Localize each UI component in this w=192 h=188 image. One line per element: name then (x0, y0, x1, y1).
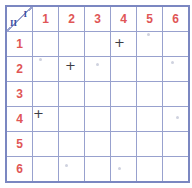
cell-r1-c3[interactable] (85, 32, 110, 56)
cell-r6-c3[interactable] (85, 157, 110, 181)
cell-r2-c6[interactable] (163, 57, 188, 81)
cell-r5-c1[interactable] (33, 132, 58, 156)
cell-r4-c3[interactable] (85, 107, 110, 131)
noise-speck (171, 61, 174, 64)
col-header-2: 2 (59, 7, 84, 31)
plus-mark: + (65, 59, 76, 72)
cell-r6-c5[interactable] (137, 157, 162, 181)
cell-r1-c1[interactable] (33, 32, 58, 56)
cell-r6-c1[interactable] (33, 157, 58, 181)
noise-speck (96, 63, 99, 66)
cell-r3-c1[interactable] (33, 82, 58, 106)
corner-cell: III (7, 7, 32, 31)
noise-speck (147, 33, 150, 36)
col-header-1: 1 (33, 7, 58, 31)
cell-r2-c3[interactable] (85, 57, 110, 81)
cell-r6-c2[interactable] (59, 157, 84, 181)
cell-r6-c6[interactable] (163, 157, 188, 181)
noise-speck (176, 116, 179, 119)
cell-r1-c6[interactable] (163, 32, 188, 56)
cell-r4-c4[interactable] (111, 107, 136, 131)
cell-r1-c4[interactable]: + (111, 32, 136, 56)
row-header-3: 3 (7, 82, 32, 106)
col-header-4: 4 (111, 7, 136, 31)
cell-r2-c4[interactable] (111, 57, 136, 81)
noise-speck (39, 58, 42, 61)
cell-r4-c6[interactable] (163, 107, 188, 131)
cell-r5-c2[interactable] (59, 132, 84, 156)
row-header-1: 1 (7, 32, 32, 56)
cell-r6-c4[interactable] (111, 157, 136, 181)
logic-grid: III1234561+2+34+56 (5, 5, 190, 183)
noise-speck (65, 164, 68, 167)
cell-r3-c2[interactable] (59, 82, 84, 106)
col-header-5: 5 (137, 7, 162, 31)
cell-r4-c1[interactable]: + (33, 107, 58, 131)
plus-mark: + (33, 107, 44, 120)
cell-r4-c5[interactable] (137, 107, 162, 131)
row-header-6: 6 (7, 157, 32, 181)
set-two-label: II (10, 19, 17, 28)
cell-r3-c4[interactable] (111, 82, 136, 106)
plus-mark: + (114, 36, 125, 49)
cell-r1-c5[interactable] (137, 32, 162, 56)
cell-r1-c2[interactable] (59, 32, 84, 56)
row-header-2: 2 (7, 57, 32, 81)
noise-speck (118, 167, 121, 170)
cell-r2-c2[interactable]: + (59, 57, 84, 81)
cell-r2-c5[interactable] (137, 57, 162, 81)
cell-r5-c4[interactable] (111, 132, 136, 156)
cell-r5-c3[interactable] (85, 132, 110, 156)
cell-r3-c5[interactable] (137, 82, 162, 106)
cell-r3-c6[interactable] (163, 82, 188, 106)
cell-r4-c2[interactable] (59, 107, 84, 131)
cell-r2-c1[interactable] (33, 57, 58, 81)
cell-r5-c6[interactable] (163, 132, 188, 156)
set-one-label: I (23, 10, 27, 19)
page: III1234561+2+34+56 (0, 0, 192, 188)
row-header-5: 5 (7, 132, 32, 156)
row-header-4: 4 (7, 107, 32, 131)
cell-r3-c3[interactable] (85, 82, 110, 106)
col-header-3: 3 (85, 7, 110, 31)
cell-r5-c5[interactable] (137, 132, 162, 156)
col-header-6: 6 (163, 7, 188, 31)
